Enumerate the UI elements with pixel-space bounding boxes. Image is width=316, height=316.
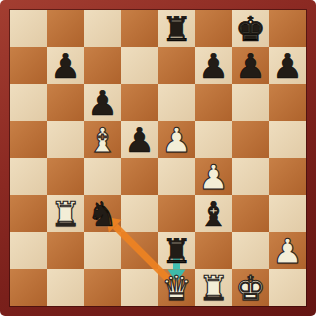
piece-black-pawn-f7[interactable]: ♟ — [195, 47, 232, 84]
piece-black-knight-c3[interactable]: ♞ — [84, 195, 121, 232]
piece-black-rook-e2[interactable]: ♜ — [158, 232, 195, 269]
board-frame: ♜♚♟♟♟♟♟♝♟♟♟♜♞♝♜♟♛♜♚ — [0, 0, 316, 316]
piece-white-rook-f1[interactable]: ♜ — [195, 269, 232, 306]
piece-black-pawn-d5[interactable]: ♟ — [121, 121, 158, 158]
piece-black-pawn-b7[interactable]: ♟ — [47, 47, 84, 84]
piece-white-rook-b3[interactable]: ♜ — [47, 195, 84, 232]
piece-white-pawn-h2[interactable]: ♟ — [269, 232, 306, 269]
piece-white-pawn-e5[interactable]: ♟ — [158, 121, 195, 158]
piece-white-queen-e1[interactable]: ♛ — [158, 269, 195, 306]
piece-black-bishop-f3[interactable]: ♝ — [195, 195, 232, 232]
piece-white-king-g1[interactable]: ♚ — [232, 269, 269, 306]
piece-white-bishop-c5[interactable]: ♝ — [84, 121, 121, 158]
chess-board: ♜♚♟♟♟♟♟♝♟♟♟♜♞♝♜♟♛♜♚ — [10, 10, 306, 306]
piece-black-king-g8[interactable]: ♚ — [232, 10, 269, 47]
piece-black-pawn-h7[interactable]: ♟ — [269, 47, 306, 84]
piece-black-pawn-g7[interactable]: ♟ — [232, 47, 269, 84]
pieces-layer: ♜♚♟♟♟♟♟♝♟♟♟♜♞♝♜♟♛♜♚ — [10, 10, 306, 306]
piece-black-pawn-c6[interactable]: ♟ — [84, 84, 121, 121]
piece-white-pawn-f4[interactable]: ♟ — [195, 158, 232, 195]
piece-black-rook-e8[interactable]: ♜ — [158, 10, 195, 47]
